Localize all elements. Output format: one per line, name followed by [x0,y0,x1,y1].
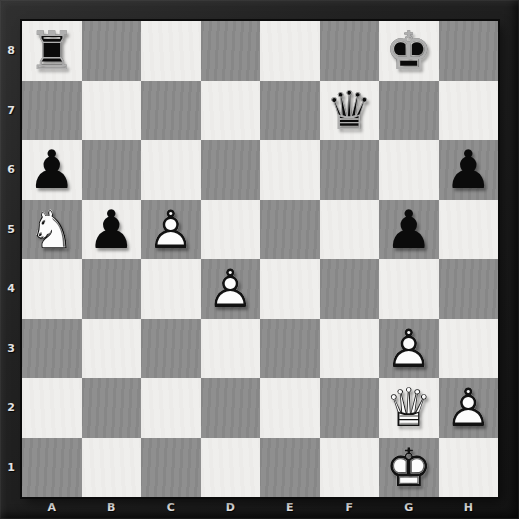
square-f4[interactable] [320,259,380,319]
file-label-h: H [439,497,499,517]
square-e1[interactable] [260,438,320,498]
piece-outline-glyph: ♙ [141,200,201,260]
square-c2[interactable] [141,378,201,438]
piece-white-pawn[interactable]: ♟♙ [141,200,201,260]
file-label-a: A [22,497,82,517]
piece-base-glyph: ♟ [439,140,499,200]
piece-white-king[interactable]: ♚♔ [379,438,439,498]
square-a5[interactable]: ♞♘ [22,200,82,260]
square-f1[interactable] [320,438,380,498]
square-f8[interactable] [320,21,380,81]
square-e5[interactable] [260,200,320,260]
file-label-d: D [201,497,261,517]
square-h7[interactable] [439,81,499,141]
rank-label-1: 1 [0,438,22,498]
square-b4[interactable] [82,259,142,319]
piece-outline-glyph: ♕ [320,81,380,141]
square-g8[interactable]: ♚♔ [379,21,439,81]
square-b3[interactable] [82,319,142,379]
piece-outline-glyph: ♔ [379,21,439,81]
piece-outline-glyph: ♙ [439,378,499,438]
piece-black-pawn[interactable]: ♟ [82,200,142,260]
piece-outline-glyph: ♙ [201,259,261,319]
square-h6[interactable]: ♟ [439,140,499,200]
square-e6[interactable] [260,140,320,200]
square-g6[interactable] [379,140,439,200]
square-a4[interactable] [22,259,82,319]
piece-outline-glyph: ♙ [379,319,439,379]
square-g4[interactable] [379,259,439,319]
square-a6[interactable]: ♟ [22,140,82,200]
square-d2[interactable] [201,378,261,438]
piece-black-rook[interactable]: ♜♖ [22,21,82,81]
square-a7[interactable] [22,81,82,141]
file-labels-row: ABCDEFGH [22,497,498,517]
square-a2[interactable] [22,378,82,438]
square-a1[interactable] [22,438,82,498]
square-d7[interactable] [201,81,261,141]
square-f3[interactable] [320,319,380,379]
square-c3[interactable] [141,319,201,379]
piece-white-queen[interactable]: ♛♕ [379,378,439,438]
chess-diagram: 87654321 ABCDEFGH ♜♖♚♔♛♕♟♟♞♘♟♟♙♟♟♙♟♙♛♕♟♙… [0,0,519,519]
piece-white-pawn[interactable]: ♟♙ [439,378,499,438]
square-h1[interactable] [439,438,499,498]
square-e7[interactable] [260,81,320,141]
square-c1[interactable] [141,438,201,498]
square-c6[interactable] [141,140,201,200]
file-label-e: E [260,497,320,517]
piece-outline-glyph: ♘ [22,200,82,260]
square-e8[interactable] [260,21,320,81]
piece-outline-glyph: ♖ [22,21,82,81]
square-d8[interactable] [201,21,261,81]
square-h5[interactable] [439,200,499,260]
piece-outline-glyph: ♔ [379,438,439,498]
file-label-g: G [379,497,439,517]
square-d1[interactable] [201,438,261,498]
square-b8[interactable] [82,21,142,81]
square-f2[interactable] [320,378,380,438]
piece-outline-glyph: ♕ [379,378,439,438]
piece-white-pawn[interactable]: ♟♙ [201,259,261,319]
square-f5[interactable] [320,200,380,260]
square-g7[interactable] [379,81,439,141]
square-d6[interactable] [201,140,261,200]
square-d4[interactable]: ♟♙ [201,259,261,319]
square-b6[interactable] [82,140,142,200]
rank-label-5: 5 [0,200,22,260]
square-a3[interactable] [22,319,82,379]
piece-base-glyph: ♟ [379,200,439,260]
square-g1[interactable]: ♚♔ [379,438,439,498]
rank-label-7: 7 [0,81,22,141]
square-g3[interactable]: ♟♙ [379,319,439,379]
piece-base-glyph: ♟ [22,140,82,200]
square-g5[interactable]: ♟ [379,200,439,260]
square-b2[interactable] [82,378,142,438]
square-f6[interactable] [320,140,380,200]
square-d5[interactable] [201,200,261,260]
square-f7[interactable]: ♛♕ [320,81,380,141]
piece-white-knight[interactable]: ♞♘ [22,200,82,260]
square-h2[interactable]: ♟♙ [439,378,499,438]
square-h4[interactable] [439,259,499,319]
square-e2[interactable] [260,378,320,438]
square-b5[interactable]: ♟ [82,200,142,260]
piece-black-pawn[interactable]: ♟ [22,140,82,200]
rank-label-2: 2 [0,378,22,438]
rank-labels-column: 87654321 [0,21,22,497]
square-a8[interactable]: ♜♖ [22,21,82,81]
square-b7[interactable] [82,81,142,141]
square-h3[interactable] [439,319,499,379]
square-e4[interactable] [260,259,320,319]
square-c7[interactable] [141,81,201,141]
square-e3[interactable] [260,319,320,379]
square-h8[interactable] [439,21,499,81]
square-c8[interactable] [141,21,201,81]
piece-black-pawn[interactable]: ♟ [439,140,499,200]
square-g2[interactable]: ♛♕ [379,378,439,438]
piece-black-queen[interactable]: ♛♕ [320,81,380,141]
piece-black-pawn[interactable]: ♟ [379,200,439,260]
file-label-b: B [82,497,142,517]
square-c4[interactable] [141,259,201,319]
rank-label-4: 4 [0,259,22,319]
piece-white-pawn[interactable]: ♟♙ [379,319,439,379]
piece-base-glyph: ♟ [82,200,142,260]
chess-board: ♜♖♚♔♛♕♟♟♞♘♟♟♙♟♟♙♟♙♛♕♟♙♚♔ [22,21,498,497]
rank-label-6: 6 [0,140,22,200]
file-label-c: C [141,497,201,517]
square-d3[interactable] [201,319,261,379]
file-label-f: F [320,497,380,517]
rank-label-3: 3 [0,319,22,379]
square-b1[interactable] [82,438,142,498]
square-c5[interactable]: ♟♙ [141,200,201,260]
rank-label-8: 8 [0,21,22,81]
piece-black-king[interactable]: ♚♔ [379,21,439,81]
